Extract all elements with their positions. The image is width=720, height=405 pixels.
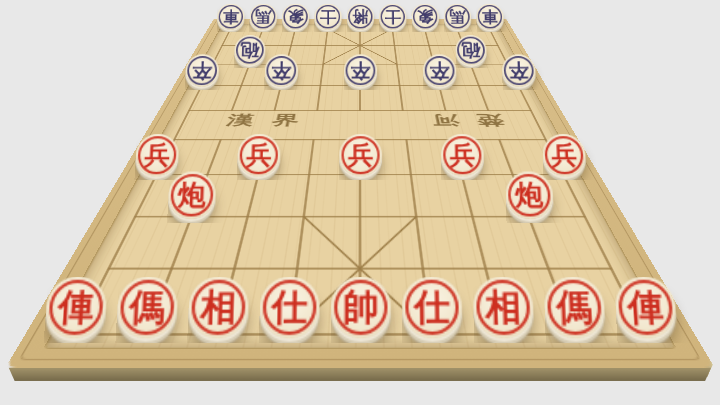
piece-black-soldier[interactable]: 卒 bbox=[501, 54, 536, 87]
pieces-layer: 車馬象士將士象馬車砲砲卒卒卒卒卒兵兵兵兵兵炮炮俥傌相仕帥仕相傌俥 bbox=[5, 19, 714, 368]
piece-black-general[interactable]: 將 bbox=[346, 4, 373, 30]
piece-red-horse[interactable]: 傌 bbox=[542, 277, 605, 339]
piece-black-horse[interactable]: 馬 bbox=[249, 4, 277, 30]
piece-glyph: 兵 bbox=[339, 134, 382, 177]
piece-red-elephant[interactable]: 相 bbox=[187, 277, 249, 339]
piece-glyph: 兵 bbox=[440, 134, 484, 177]
piece-black-soldier[interactable]: 卒 bbox=[264, 54, 298, 87]
piece-glyph: 象 bbox=[281, 4, 309, 30]
piece-glyph: 仕 bbox=[258, 277, 319, 339]
piece-glyph: 卒 bbox=[264, 54, 298, 87]
piece-black-chariot[interactable]: 車 bbox=[216, 4, 244, 30]
piece-red-general[interactable]: 帥 bbox=[330, 277, 390, 339]
piece-red-soldier[interactable]: 兵 bbox=[134, 134, 179, 177]
piece-black-elephant[interactable]: 象 bbox=[411, 4, 439, 30]
piece-black-advisor[interactable]: 士 bbox=[379, 4, 406, 30]
piece-glyph: 砲 bbox=[234, 35, 266, 65]
piece-red-cannon[interactable]: 炮 bbox=[167, 171, 216, 219]
piece-glyph: 車 bbox=[476, 4, 504, 30]
piece-red-soldier[interactable]: 兵 bbox=[236, 134, 280, 177]
piece-glyph: 俥 bbox=[613, 277, 677, 339]
piece-red-elephant[interactable]: 相 bbox=[472, 277, 534, 339]
piece-red-chariot[interactable]: 俥 bbox=[613, 277, 677, 339]
piece-glyph: 馬 bbox=[443, 4, 471, 30]
piece-red-advisor[interactable]: 仕 bbox=[401, 277, 462, 339]
piece-black-soldier[interactable]: 卒 bbox=[343, 54, 376, 87]
piece-black-cannon[interactable]: 砲 bbox=[234, 35, 266, 65]
piece-glyph: 士 bbox=[314, 4, 341, 30]
piece-glyph: 兵 bbox=[236, 134, 280, 177]
piece-red-cannon[interactable]: 炮 bbox=[504, 171, 553, 219]
piece-glyph: 象 bbox=[411, 4, 439, 30]
piece-glyph: 卒 bbox=[422, 54, 456, 87]
piece-glyph: 將 bbox=[346, 4, 373, 30]
piece-glyph: 卒 bbox=[184, 54, 219, 87]
piece-black-advisor[interactable]: 士 bbox=[314, 4, 341, 30]
piece-red-horse[interactable]: 傌 bbox=[115, 277, 178, 339]
piece-glyph: 卒 bbox=[343, 54, 376, 87]
piece-glyph: 兵 bbox=[541, 134, 586, 177]
piece-glyph: 俥 bbox=[43, 277, 107, 339]
piece-black-elephant[interactable]: 象 bbox=[281, 4, 309, 30]
piece-glyph: 馬 bbox=[249, 4, 277, 30]
board-front-edge bbox=[9, 368, 712, 381]
piece-glyph: 兵 bbox=[134, 134, 179, 177]
piece-black-cannon[interactable]: 砲 bbox=[455, 35, 487, 65]
piece-black-chariot[interactable]: 車 bbox=[476, 4, 504, 30]
piece-red-soldier[interactable]: 兵 bbox=[339, 134, 382, 177]
piece-glyph: 車 bbox=[216, 4, 244, 30]
piece-glyph: 士 bbox=[379, 4, 406, 30]
piece-black-soldier[interactable]: 卒 bbox=[422, 54, 456, 87]
piece-glyph: 傌 bbox=[542, 277, 605, 339]
piece-glyph: 仕 bbox=[401, 277, 462, 339]
piece-red-soldier[interactable]: 兵 bbox=[541, 134, 586, 177]
piece-glyph: 相 bbox=[472, 277, 534, 339]
piece-glyph: 炮 bbox=[167, 171, 216, 219]
piece-glyph: 相 bbox=[187, 277, 249, 339]
piece-red-advisor[interactable]: 仕 bbox=[258, 277, 319, 339]
piece-glyph: 帥 bbox=[330, 277, 390, 339]
piece-glyph: 炮 bbox=[504, 171, 553, 219]
piece-black-horse[interactable]: 馬 bbox=[443, 4, 471, 30]
piece-black-soldier[interactable]: 卒 bbox=[184, 54, 219, 87]
piece-red-soldier[interactable]: 兵 bbox=[440, 134, 484, 177]
piece-glyph: 傌 bbox=[115, 277, 178, 339]
viewer-canvas[interactable]: 漢界 楚河 車馬象士將士象馬車砲砲卒卒卒卒卒兵兵兵兵兵炮炮俥傌相仕帥仕相傌俥 bbox=[0, 0, 720, 405]
piece-glyph: 砲 bbox=[455, 35, 487, 65]
piece-red-chariot[interactable]: 俥 bbox=[43, 277, 107, 339]
piece-glyph: 卒 bbox=[501, 54, 536, 87]
xiangqi-board: 漢界 楚河 車馬象士將士象馬車砲砲卒卒卒卒卒兵兵兵兵兵炮炮俥傌相仕帥仕相傌俥 bbox=[5, 19, 714, 368]
